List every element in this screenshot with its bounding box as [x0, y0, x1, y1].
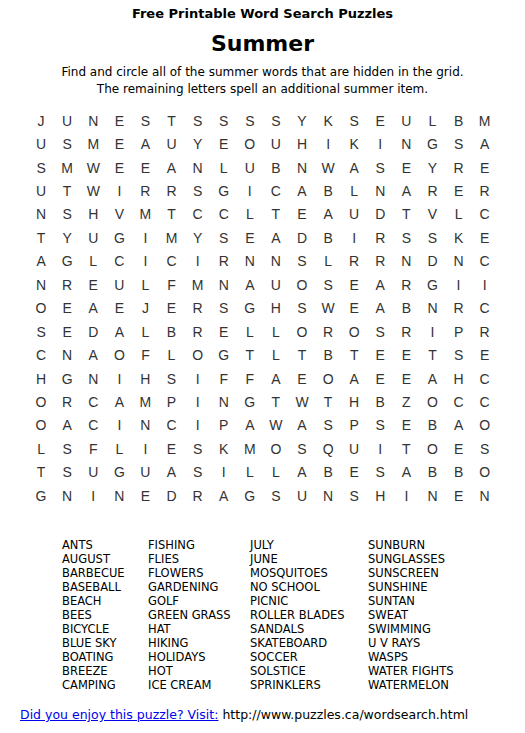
- grid-cell: B: [419, 461, 445, 484]
- grid-cell: O: [472, 414, 498, 437]
- grid-cell: I: [106, 179, 132, 202]
- grid-cell: M: [54, 156, 80, 179]
- grid-cell: S: [367, 414, 393, 437]
- grid-cell: E: [106, 297, 132, 320]
- grid-cell: U: [80, 226, 106, 249]
- word-list-column-4: SUNBURNSUNGLASSESSUNSCREENSUNSHINESUNTAN…: [368, 538, 505, 692]
- grid-cell: A: [211, 484, 237, 507]
- word-item: SOCCER: [250, 650, 368, 664]
- grid-cell: Y: [54, 226, 80, 249]
- grid-cell: U: [28, 179, 54, 202]
- grid-cell: E: [80, 273, 106, 296]
- grid-cell: U: [237, 156, 263, 179]
- grid-cell: U: [80, 461, 106, 484]
- grid-cell: E: [393, 367, 419, 390]
- grid-cell: I: [132, 226, 158, 249]
- grid-cell: H: [367, 484, 393, 507]
- grid-cell: P: [446, 320, 472, 343]
- word-item: BREEZE: [62, 664, 148, 678]
- grid-cell: S: [185, 437, 211, 460]
- word-item: FISHING: [148, 538, 250, 552]
- grid-cell: N: [419, 297, 445, 320]
- word-item: SUNGLASSES: [368, 552, 505, 566]
- grid-cell: N: [211, 273, 237, 296]
- grid-cell: U: [289, 484, 315, 507]
- grid-cell: C: [472, 390, 498, 413]
- grid-cell: U: [132, 461, 158, 484]
- word-list-column-2: FISHINGFLIESFLOWERSGARDENINGGOLFGREEN GR…: [148, 538, 250, 692]
- grid-cell: R: [446, 297, 472, 320]
- grid-cell: S: [28, 320, 54, 343]
- grid-cell: A: [28, 250, 54, 273]
- grid-cell: A: [341, 156, 367, 179]
- grid-cell: A: [367, 297, 393, 320]
- grid-cell: E: [446, 484, 472, 507]
- grid-cell: R: [472, 179, 498, 202]
- grid-cell: E: [472, 156, 498, 179]
- grid-cell: S: [341, 109, 367, 132]
- grid-cell: N: [367, 179, 393, 202]
- grid-cell: G: [419, 273, 445, 296]
- grid-cell: R: [393, 320, 419, 343]
- word-item: U V RAYS: [368, 636, 505, 650]
- grid-cell: I: [419, 320, 445, 343]
- grid-cell: M: [185, 273, 211, 296]
- grid-cell: I: [185, 367, 211, 390]
- grid-cell: R: [315, 320, 341, 343]
- grid-cell: S: [132, 109, 158, 132]
- grid-cell: G: [237, 484, 263, 507]
- grid-cell: S: [419, 226, 445, 249]
- grid-cell: O: [472, 461, 498, 484]
- grid-cell: E: [341, 461, 367, 484]
- grid-cell: R: [393, 273, 419, 296]
- grid-cell: C: [472, 297, 498, 320]
- grid-cell: S: [263, 484, 289, 507]
- grid-cell: E: [367, 367, 393, 390]
- grid-cell: A: [393, 461, 419, 484]
- grid-cell: R: [158, 179, 184, 202]
- word-item: SPRINKLERS: [250, 678, 368, 692]
- word-item: SANDALS: [250, 622, 368, 636]
- grid-cell: A: [158, 156, 184, 179]
- word-item: HOLIDAYS: [148, 650, 250, 664]
- word-item: PICNIC: [250, 594, 368, 608]
- grid-cell: T: [237, 343, 263, 366]
- grid-cell: C: [80, 414, 106, 437]
- grid-cell: H: [341, 390, 367, 413]
- word-list: ANTSAUGUSTBARBECUEBASEBALLBEACHBEESBICYC…: [62, 538, 505, 692]
- grid-cell: E: [289, 203, 315, 226]
- grid-cell: U: [341, 203, 367, 226]
- grid-cell: O: [289, 273, 315, 296]
- page-root: Free Printable Word Search Puzzles Summe…: [0, 0, 525, 733]
- grid-cell: E: [289, 367, 315, 390]
- grid-cell: A: [106, 390, 132, 413]
- grid-cell: I: [367, 132, 393, 155]
- word-item: BOATING: [62, 650, 148, 664]
- grid-cell: N: [28, 273, 54, 296]
- word-item: SWEAT: [368, 608, 505, 622]
- grid-cell: P: [211, 414, 237, 437]
- grid-cell: S: [263, 109, 289, 132]
- grid-cell: L: [211, 156, 237, 179]
- grid-cell: G: [106, 226, 132, 249]
- grid-cell: I: [185, 390, 211, 413]
- grid-cell: A: [472, 132, 498, 155]
- grid-cell: H: [289, 132, 315, 155]
- grid-cell: U: [393, 109, 419, 132]
- grid-cell: A: [341, 367, 367, 390]
- grid-cell: W: [263, 414, 289, 437]
- grid-cell: L: [80, 250, 106, 273]
- grid-cell: O: [419, 390, 445, 413]
- grid-cell: M: [80, 132, 106, 155]
- grid-cell: S: [54, 203, 80, 226]
- word-search-grid: JUNESTSSSSYKSEULBMUSMEAUYEOUHIKINGSASMWE…: [28, 109, 498, 507]
- grid-cell: I: [80, 484, 106, 507]
- grid-cell: N: [80, 109, 106, 132]
- grid-cell: U: [263, 273, 289, 296]
- word-item: GOLF: [148, 594, 250, 608]
- word-item: SKATEBOARD: [250, 636, 368, 650]
- grid-cell: T: [263, 203, 289, 226]
- grid-cell: I: [132, 250, 158, 273]
- grid-cell: T: [393, 437, 419, 460]
- grid-cell: D: [289, 226, 315, 249]
- grid-cell: I: [472, 273, 498, 296]
- grid-cell: M: [472, 109, 498, 132]
- grid-cell: M: [132, 203, 158, 226]
- grid-cell: R: [185, 297, 211, 320]
- grid-cell: O: [106, 343, 132, 366]
- word-item: HAT: [148, 622, 250, 636]
- grid-cell: S: [393, 226, 419, 249]
- grid-cell: O: [28, 414, 54, 437]
- grid-cell: A: [289, 179, 315, 202]
- grid-cell: I: [185, 414, 211, 437]
- grid-cell: N: [54, 343, 80, 366]
- grid-cell: C: [106, 250, 132, 273]
- word-item: GREEN GRASS: [148, 608, 250, 622]
- grid-cell: H: [80, 203, 106, 226]
- word-item: SWIMMING: [368, 622, 505, 636]
- instructions-line-1: Find and circle all of the summer words …: [0, 64, 525, 81]
- word-item: ANTS: [62, 538, 148, 552]
- grid-cell: J: [132, 297, 158, 320]
- grid-cell: L: [263, 320, 289, 343]
- grid-cell: E: [472, 226, 498, 249]
- grid-cell: E: [393, 343, 419, 366]
- grid-cell: H: [263, 297, 289, 320]
- word-item: NO SCHOOL: [250, 580, 368, 594]
- grid-cell: N: [472, 484, 498, 507]
- grid-cell: L: [237, 461, 263, 484]
- grid-cell: N: [237, 250, 263, 273]
- instructions: Find and circle all of the summer words …: [0, 64, 525, 98]
- grid-cell: T: [28, 461, 54, 484]
- grid-cell: B: [419, 414, 445, 437]
- grid-cell: E: [158, 437, 184, 460]
- grid-cell: N: [419, 484, 445, 507]
- grid-cell: B: [315, 179, 341, 202]
- grid-cell: A: [315, 203, 341, 226]
- grid-cell: S: [185, 461, 211, 484]
- grid-cell: B: [263, 156, 289, 179]
- grid-cell: S: [446, 132, 472, 155]
- word-item: SUNSCREEN: [368, 566, 505, 580]
- grid-cell: A: [289, 414, 315, 437]
- word-item: BEES: [62, 608, 148, 622]
- grid-cell: R: [54, 390, 80, 413]
- grid-cell: O: [185, 343, 211, 366]
- grid-cell: A: [367, 273, 393, 296]
- grid-cell: O: [419, 437, 445, 460]
- grid-cell: H: [132, 367, 158, 390]
- grid-cell: L: [28, 437, 54, 460]
- word-item: ROLLER BLADES: [250, 608, 368, 622]
- grid-cell: L: [237, 320, 263, 343]
- word-item: SUNTAN: [368, 594, 505, 608]
- grid-cell: A: [289, 461, 315, 484]
- grid-cell: Y: [185, 226, 211, 249]
- footer-link[interactable]: Did you enjoy this puzzle? Visit:: [20, 707, 218, 722]
- grid-cell: I: [341, 226, 367, 249]
- grid-cell: S: [367, 461, 393, 484]
- grid-cell: Y: [289, 109, 315, 132]
- grid-cell: A: [393, 179, 419, 202]
- grid-cell: R: [419, 179, 445, 202]
- grid-cell: E: [367, 343, 393, 366]
- word-item: JUNE: [250, 552, 368, 566]
- grid-cell: F: [132, 343, 158, 366]
- grid-cell: T: [158, 203, 184, 226]
- grid-cell: E: [341, 297, 367, 320]
- grid-cell: E: [367, 109, 393, 132]
- word-item: SUNSHINE: [368, 580, 505, 594]
- grid-cell: E: [132, 484, 158, 507]
- grid-cell: G: [211, 179, 237, 202]
- grid-cell: B: [393, 297, 419, 320]
- grid-cell: A: [237, 273, 263, 296]
- grid-cell: A: [158, 461, 184, 484]
- grid-cell: B: [367, 390, 393, 413]
- grid-cell: E: [106, 109, 132, 132]
- grid-cell: E: [106, 132, 132, 155]
- grid-cell: S: [54, 132, 80, 155]
- grid-cell: E: [211, 132, 237, 155]
- grid-cell: R: [211, 250, 237, 273]
- grid-cell: M: [237, 437, 263, 460]
- word-item: BARBECUE: [62, 566, 148, 580]
- grid-cell: D: [367, 203, 393, 226]
- grid-cell: H: [446, 367, 472, 390]
- grid-cell: T: [289, 343, 315, 366]
- grid-cell: D: [419, 250, 445, 273]
- word-item: WATERMELON: [368, 678, 505, 692]
- grid-cell: R: [367, 226, 393, 249]
- grid-cell: R: [472, 320, 498, 343]
- grid-cell: N: [315, 484, 341, 507]
- grid-cell: G: [54, 250, 80, 273]
- grid-cell: I: [446, 273, 472, 296]
- word-item: HIKING: [148, 636, 250, 650]
- word-item: FLOWERS: [148, 566, 250, 580]
- word-item: FLIES: [148, 552, 250, 566]
- grid-cell: C: [185, 203, 211, 226]
- grid-cell: T: [54, 179, 80, 202]
- word-item: BICYCLE: [62, 622, 148, 636]
- grid-cell: V: [106, 203, 132, 226]
- grid-cell: L: [446, 203, 472, 226]
- grid-cell: E: [393, 156, 419, 179]
- grid-cell: E: [54, 297, 80, 320]
- grid-cell: L: [263, 461, 289, 484]
- footer: Did you enjoy this puzzle? Visit:http://…: [20, 707, 520, 722]
- word-item: HOT: [148, 664, 250, 678]
- grid-cell: U: [341, 437, 367, 460]
- grid-cell: I: [237, 179, 263, 202]
- word-item: MOSQUITOES: [250, 566, 368, 580]
- grid-cell: F: [158, 273, 184, 296]
- grid-cell: O: [237, 132, 263, 155]
- word-item: BEACH: [62, 594, 148, 608]
- grid-cell: C: [158, 414, 184, 437]
- grid-cell: A: [237, 414, 263, 437]
- grid-cell: A: [263, 226, 289, 249]
- grid-cell: C: [446, 390, 472, 413]
- grid-cell: I: [106, 414, 132, 437]
- grid-cell: E: [158, 297, 184, 320]
- grid-cell: E: [237, 226, 263, 249]
- grid-cell: N: [28, 203, 54, 226]
- grid-cell: W: [80, 156, 106, 179]
- grid-cell: C: [472, 250, 498, 273]
- word-item: SOLSTICE: [250, 664, 368, 678]
- grid-cell: E: [132, 156, 158, 179]
- grid-cell: O: [28, 297, 54, 320]
- grid-cell: D: [158, 484, 184, 507]
- grid-cell: T: [158, 109, 184, 132]
- grid-cell: S: [237, 109, 263, 132]
- word-item: AUGUST: [62, 552, 148, 566]
- grid-cell: R: [132, 179, 158, 202]
- grid-cell: S: [367, 156, 393, 179]
- grid-cell: B: [315, 226, 341, 249]
- grid-cell: S: [367, 320, 393, 343]
- grid-cell: T: [263, 390, 289, 413]
- grid-cell: S: [341, 484, 367, 507]
- word-list-column-3: JULYJUNEMOSQUITOESNO SCHOOLPICNICROLLER …: [250, 538, 368, 692]
- grid-cell: I: [315, 132, 341, 155]
- grid-cell: Y: [185, 132, 211, 155]
- grid-cell: R: [185, 320, 211, 343]
- grid-cell: S: [54, 461, 80, 484]
- grid-cell: G: [28, 484, 54, 507]
- grid-cell: K: [211, 437, 237, 460]
- grid-cell: Y: [419, 156, 445, 179]
- grid-cell: S: [28, 156, 54, 179]
- grid-cell: A: [80, 343, 106, 366]
- grid-cell: L: [263, 343, 289, 366]
- grid-cell: I: [393, 484, 419, 507]
- grid-cell: K: [341, 132, 367, 155]
- grid-cell: C: [263, 179, 289, 202]
- grid-cell: L: [158, 343, 184, 366]
- grid-cell: I: [185, 250, 211, 273]
- grid-cell: A: [54, 414, 80, 437]
- grid-cell: M: [158, 226, 184, 249]
- footer-url: http://www.puzzles.ca/wordsearch.html: [222, 707, 468, 722]
- grid-cell: T: [315, 390, 341, 413]
- grid-cell: W: [315, 297, 341, 320]
- grid-cell: S: [315, 414, 341, 437]
- word-item: CAMPING: [62, 678, 148, 692]
- grid-cell: W: [315, 156, 341, 179]
- grid-cell: W: [289, 390, 315, 413]
- grid-cell: W: [80, 179, 106, 202]
- grid-cell: L: [132, 273, 158, 296]
- grid-cell: A: [132, 132, 158, 155]
- grid-cell: N: [132, 414, 158, 437]
- grid-cell: I: [367, 437, 393, 460]
- grid-cell: B: [446, 109, 472, 132]
- grid-cell: N: [289, 156, 315, 179]
- grid-cell: P: [158, 390, 184, 413]
- grid-cell: L: [419, 109, 445, 132]
- grid-cell: N: [393, 250, 419, 273]
- grid-cell: L: [132, 320, 158, 343]
- grid-cell: N: [393, 132, 419, 155]
- grid-cell: Z: [393, 390, 419, 413]
- word-item: WATER FIGHTS: [368, 664, 505, 678]
- grid-cell: R: [446, 156, 472, 179]
- grid-cell: L: [106, 437, 132, 460]
- grid-cell: E: [446, 437, 472, 460]
- grid-cell: E: [472, 343, 498, 366]
- grid-cell: H: [28, 367, 54, 390]
- grid-cell: O: [263, 437, 289, 460]
- grid-cell: N: [446, 250, 472, 273]
- grid-cell: G: [419, 132, 445, 155]
- grid-cell: O: [289, 320, 315, 343]
- grid-cell: B: [315, 343, 341, 366]
- grid-cell: F: [211, 367, 237, 390]
- grid-cell: M: [132, 390, 158, 413]
- grid-cell: N: [106, 484, 132, 507]
- grid-cell: K: [315, 109, 341, 132]
- grid-cell: E: [446, 179, 472, 202]
- grid-cell: S: [54, 437, 80, 460]
- grid-cell: C: [472, 203, 498, 226]
- word-list-column-1: ANTSAUGUSTBARBECUEBASEBALLBEACHBEESBICYC…: [62, 538, 148, 692]
- grid-cell: R: [341, 250, 367, 273]
- grid-cell: L: [315, 250, 341, 273]
- grid-cell: F: [237, 367, 263, 390]
- grid-cell: T: [393, 203, 419, 226]
- grid-cell: U: [28, 132, 54, 155]
- grid-cell: Q: [315, 437, 341, 460]
- grid-cell: S: [211, 297, 237, 320]
- grid-cell: S: [158, 367, 184, 390]
- grid-cell: O: [315, 367, 341, 390]
- grid-cell: B: [446, 461, 472, 484]
- grid-cell: A: [106, 320, 132, 343]
- grid-cell: C: [472, 367, 498, 390]
- grid-cell: B: [158, 320, 184, 343]
- grid-cell: S: [289, 297, 315, 320]
- grid-cell: G: [237, 390, 263, 413]
